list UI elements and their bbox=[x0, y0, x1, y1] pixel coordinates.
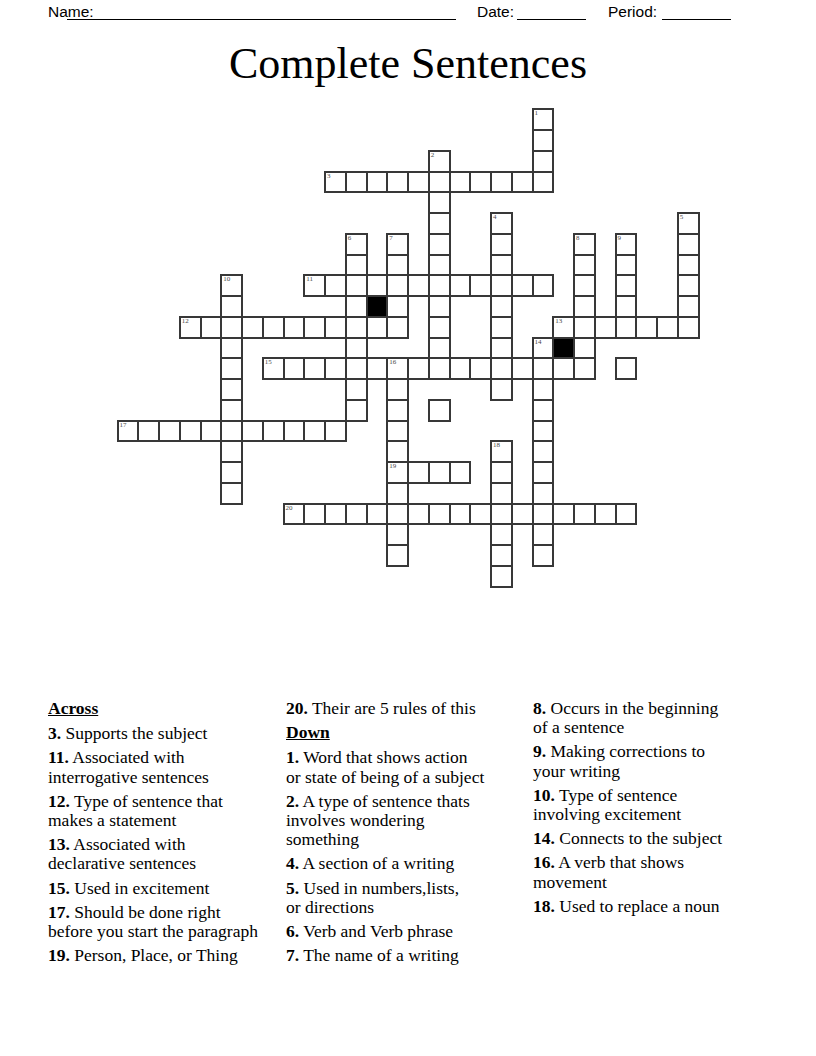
down-header: Down bbox=[286, 723, 522, 742]
black-cell bbox=[366, 295, 389, 318]
grid-cell bbox=[386, 254, 409, 277]
clue-4: 4. A section of a writing bbox=[286, 854, 522, 873]
clue-number: 16 bbox=[389, 358, 396, 367]
grid-cell: 1 bbox=[532, 108, 555, 131]
grid-cell bbox=[573, 503, 596, 526]
clue-18: 18. Used to replace a noun bbox=[533, 897, 769, 916]
grid-cell bbox=[366, 503, 389, 526]
grid-cell: 6 bbox=[345, 233, 368, 256]
grid-cell bbox=[615, 357, 638, 380]
grid-cell bbox=[449, 503, 472, 526]
clue-19: 19. Person, Place, or Thing bbox=[48, 946, 284, 965]
clue-10: 10. Type of sentenceinvolving excitement bbox=[533, 786, 769, 824]
grid-cell bbox=[532, 399, 555, 422]
grid-cell bbox=[241, 316, 264, 339]
clue-number: 4 bbox=[493, 213, 497, 222]
grid-cell bbox=[324, 357, 347, 380]
grid-cell bbox=[220, 337, 243, 360]
grid-cell bbox=[490, 337, 513, 360]
clue-column-1: Across3. Supports the subject11. Associa… bbox=[48, 699, 284, 970]
grid-cell bbox=[386, 503, 409, 526]
grid-cell bbox=[324, 274, 347, 297]
grid-cell bbox=[200, 316, 223, 339]
clue-number: 5 bbox=[680, 213, 684, 222]
grid-cell bbox=[407, 503, 430, 526]
clue-column-2: 20. Their are 5 rules of thisDown1. Word… bbox=[286, 699, 522, 970]
grid-cell bbox=[594, 503, 617, 526]
grid-cell bbox=[469, 357, 492, 380]
grid-cell bbox=[511, 274, 534, 297]
grid-cell bbox=[241, 420, 264, 443]
grid-cell bbox=[220, 440, 243, 463]
grid-cell bbox=[386, 482, 409, 505]
grid-cell bbox=[345, 254, 368, 277]
grid-cell: 15 bbox=[262, 357, 285, 380]
grid-cell bbox=[137, 420, 160, 443]
grid-cell bbox=[469, 274, 492, 297]
grid-cell bbox=[366, 274, 389, 297]
grid-cell bbox=[428, 212, 451, 235]
clue-2: 2. A type of sentence thatsinvolves wond… bbox=[286, 792, 522, 850]
grid-cell bbox=[449, 461, 472, 484]
clue-number: 14 bbox=[535, 338, 542, 347]
grid-cell bbox=[573, 357, 596, 380]
clue-number: 3 bbox=[327, 172, 331, 181]
grid-cell bbox=[345, 274, 368, 297]
grid-cell bbox=[386, 440, 409, 463]
grid-cell bbox=[490, 503, 513, 526]
grid-cell: 2 bbox=[428, 150, 451, 173]
grid-cell bbox=[573, 254, 596, 277]
clue-number: 7 bbox=[389, 234, 393, 243]
grid-cell bbox=[345, 337, 368, 360]
grid-cell: 14 bbox=[532, 337, 555, 360]
grid-cell bbox=[532, 544, 555, 567]
grid-cell bbox=[366, 316, 389, 339]
grid-cell bbox=[511, 357, 534, 380]
grid-cell bbox=[366, 357, 389, 380]
grid-cell bbox=[490, 233, 513, 256]
grid-cell bbox=[490, 565, 513, 588]
grid-cell bbox=[594, 316, 617, 339]
grid-cell bbox=[220, 420, 243, 443]
grid-cell bbox=[283, 420, 306, 443]
grid-cell bbox=[428, 337, 451, 360]
grid-cell bbox=[677, 233, 700, 256]
grid-cell bbox=[490, 295, 513, 318]
clue-number: 2 bbox=[431, 151, 435, 160]
grid-cell bbox=[428, 461, 451, 484]
clue-1: 1. Word that shows actionor state of bei… bbox=[286, 748, 522, 786]
grid-cell bbox=[573, 316, 596, 339]
grid-cell: 16 bbox=[386, 357, 409, 380]
clue-number: 11 bbox=[306, 275, 313, 284]
clue-number: 19 bbox=[389, 462, 396, 471]
grid-cell bbox=[386, 295, 409, 318]
grid-cell: 12 bbox=[179, 316, 202, 339]
grid-cell bbox=[407, 171, 430, 194]
period-blank-line bbox=[662, 1, 731, 20]
period-label: Period: bbox=[608, 3, 657, 21]
grid-cell bbox=[532, 523, 555, 546]
grid-cell bbox=[428, 357, 451, 380]
grid-cell bbox=[386, 399, 409, 422]
grid-cell bbox=[469, 171, 492, 194]
grid-cell bbox=[386, 274, 409, 297]
grid-cell: 19 bbox=[386, 461, 409, 484]
grid-cell bbox=[677, 316, 700, 339]
grid-cell bbox=[573, 295, 596, 318]
grid-cell bbox=[345, 295, 368, 318]
grid-cell bbox=[677, 295, 700, 318]
grid-cell bbox=[283, 357, 306, 380]
grid-cell bbox=[303, 357, 326, 380]
grid-cell bbox=[366, 171, 389, 194]
grid-cell bbox=[511, 503, 534, 526]
clue-number: 6 bbox=[348, 234, 352, 243]
clue-12: 12. Type of sentence thatmakes a stateme… bbox=[48, 792, 284, 830]
date-blank-line bbox=[517, 1, 586, 20]
grid-cell bbox=[635, 316, 658, 339]
grid-cell bbox=[428, 274, 451, 297]
grid-cell bbox=[615, 254, 638, 277]
grid-cell: 7 bbox=[386, 233, 409, 256]
grid-cell bbox=[386, 378, 409, 401]
grid-cell bbox=[615, 295, 638, 318]
clue-3: 3. Supports the subject bbox=[48, 724, 284, 743]
grid-cell bbox=[532, 274, 555, 297]
grid-cell bbox=[532, 482, 555, 505]
grid-cell bbox=[345, 503, 368, 526]
across-header: Across bbox=[48, 699, 284, 718]
clue-number: 12 bbox=[182, 317, 189, 326]
grid-cell bbox=[573, 337, 596, 360]
grid-cell bbox=[220, 295, 243, 318]
grid-cell bbox=[324, 503, 347, 526]
grid-cell: 4 bbox=[490, 212, 513, 235]
grid-cell bbox=[490, 544, 513, 567]
grid-cell bbox=[345, 171, 368, 194]
grid-cell bbox=[677, 274, 700, 297]
clue-7: 7. The name of a writing bbox=[286, 946, 522, 965]
grid-cell bbox=[220, 316, 243, 339]
grid-cell bbox=[386, 420, 409, 443]
grid-cell bbox=[615, 274, 638, 297]
grid-cell bbox=[449, 357, 472, 380]
grid-cell bbox=[490, 274, 513, 297]
clue-number: 13 bbox=[555, 317, 562, 326]
name-blank-line bbox=[67, 1, 456, 20]
grid-cell bbox=[220, 399, 243, 422]
grid-cell bbox=[158, 420, 181, 443]
grid-cell bbox=[532, 503, 555, 526]
grid-cell bbox=[490, 171, 513, 194]
grid-cell bbox=[407, 274, 430, 297]
grid-cell bbox=[615, 503, 638, 526]
grid-cell bbox=[407, 357, 430, 380]
clue-column-3: 8. Occurs in the beginningof a sentence9… bbox=[533, 699, 769, 921]
grid-cell bbox=[469, 503, 492, 526]
grid-cell bbox=[303, 316, 326, 339]
grid-cell: 5 bbox=[677, 212, 700, 235]
clue-number: 20 bbox=[286, 504, 293, 513]
grid-cell: 3 bbox=[324, 171, 347, 194]
grid-cell bbox=[407, 461, 430, 484]
grid-cell bbox=[428, 191, 451, 214]
grid-cell bbox=[283, 316, 306, 339]
page-title: Complete Sentences bbox=[0, 38, 816, 89]
grid-cell bbox=[179, 420, 202, 443]
grid-cell bbox=[490, 254, 513, 277]
grid-cell bbox=[490, 482, 513, 505]
grid-cell bbox=[532, 171, 555, 194]
clue-20: 20. Their are 5 rules of this bbox=[286, 699, 522, 718]
clue-number: 15 bbox=[265, 358, 272, 367]
grid-cell bbox=[324, 420, 347, 443]
grid-cell bbox=[386, 171, 409, 194]
grid-cell: 20 bbox=[283, 503, 306, 526]
grid-cell bbox=[552, 503, 575, 526]
grid-cell bbox=[220, 461, 243, 484]
grid-cell bbox=[573, 274, 596, 297]
grid-cell bbox=[303, 503, 326, 526]
worksheet-page: Name: Date: Period: Complete Sentences 1… bbox=[0, 0, 816, 1056]
grid-cell: 11 bbox=[303, 274, 326, 297]
grid-cell bbox=[532, 420, 555, 443]
grid-cell bbox=[428, 233, 451, 256]
grid-cell bbox=[324, 316, 347, 339]
grid-cell bbox=[303, 420, 326, 443]
grid-cell bbox=[490, 378, 513, 401]
clue-17: 17. Should be done rightbefore you start… bbox=[48, 903, 284, 941]
grid-cell: 17 bbox=[117, 420, 140, 443]
grid-cell bbox=[552, 357, 575, 380]
grid-cell bbox=[615, 316, 638, 339]
grid-cell bbox=[345, 357, 368, 380]
grid-cell bbox=[220, 357, 243, 380]
clue-14: 14. Connects to the subject bbox=[533, 829, 769, 848]
grid-cell bbox=[532, 357, 555, 380]
grid-cell bbox=[220, 482, 243, 505]
grid-cell: 10 bbox=[220, 274, 243, 297]
grid-cell: 18 bbox=[490, 440, 513, 463]
clue-15: 15. Used in excitement bbox=[48, 879, 284, 898]
clue-number: 17 bbox=[120, 421, 127, 430]
clue-number: 18 bbox=[493, 441, 500, 450]
grid-cell bbox=[511, 171, 534, 194]
grid-cell bbox=[345, 399, 368, 422]
grid-cell bbox=[428, 295, 451, 318]
grid-cell bbox=[490, 523, 513, 546]
clue-16: 16. A verb that showsmovement bbox=[533, 853, 769, 891]
grid-cell bbox=[428, 254, 451, 277]
clue-5: 5. Used in numbers,lists,or directions bbox=[286, 879, 522, 917]
grid-cell bbox=[428, 171, 451, 194]
grid-cell bbox=[532, 129, 555, 152]
grid-cell bbox=[386, 544, 409, 567]
grid-cell bbox=[386, 523, 409, 546]
grid-cell bbox=[345, 316, 368, 339]
grid-cell: 13 bbox=[552, 316, 575, 339]
clue-number: 8 bbox=[576, 234, 580, 243]
grid-cell bbox=[449, 171, 472, 194]
grid-cell bbox=[532, 461, 555, 484]
grid-cell bbox=[490, 357, 513, 380]
grid-cell: 9 bbox=[615, 233, 638, 256]
grid-cell bbox=[490, 316, 513, 339]
grid-cell bbox=[532, 378, 555, 401]
grid-cell bbox=[656, 316, 679, 339]
grid-cell bbox=[428, 503, 451, 526]
clue-13: 13. Associated withdeclarative sentences bbox=[48, 835, 284, 873]
clue-number: 1 bbox=[535, 109, 539, 118]
grid-cell bbox=[532, 150, 555, 173]
grid-cell bbox=[345, 378, 368, 401]
grid-cell bbox=[490, 461, 513, 484]
grid-cell bbox=[262, 420, 285, 443]
grid-cell bbox=[428, 316, 451, 339]
black-cell bbox=[552, 337, 575, 360]
grid-cell bbox=[449, 274, 472, 297]
grid-cell: 8 bbox=[573, 233, 596, 256]
clue-11: 11. Associated withinterrogative sentenc… bbox=[48, 748, 284, 786]
grid-cell bbox=[677, 254, 700, 277]
clue-number: 10 bbox=[223, 275, 230, 284]
grid-cell bbox=[200, 420, 223, 443]
grid-cell bbox=[220, 378, 243, 401]
grid-cell bbox=[262, 316, 285, 339]
clue-number: 9 bbox=[618, 234, 622, 243]
clue-6: 6. Verb and Verb phrase bbox=[286, 922, 522, 941]
clue-8: 8. Occurs in the beginningof a sentence bbox=[533, 699, 769, 737]
date-label: Date: bbox=[477, 3, 514, 21]
clue-9: 9. Making corrections toyour writing bbox=[533, 742, 769, 780]
grid-cell bbox=[428, 399, 451, 422]
grid-cell bbox=[532, 440, 555, 463]
grid-cell bbox=[386, 316, 409, 339]
